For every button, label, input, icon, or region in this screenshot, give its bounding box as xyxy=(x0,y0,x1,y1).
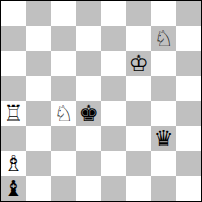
square-b7[interactable] xyxy=(26,26,51,51)
square-c6[interactable] xyxy=(51,51,76,76)
square-d8[interactable] xyxy=(76,1,101,26)
square-g5[interactable] xyxy=(151,76,176,101)
black-king-d4[interactable]: ♚ xyxy=(79,101,99,126)
square-e1[interactable] xyxy=(101,176,126,201)
white-knight-g7[interactable]: ♘ xyxy=(154,26,174,51)
square-d5[interactable] xyxy=(76,76,101,101)
square-d3[interactable] xyxy=(76,126,101,151)
square-a4[interactable]: ♖ xyxy=(1,101,26,126)
square-a5[interactable] xyxy=(1,76,26,101)
square-b2[interactable] xyxy=(26,151,51,176)
square-a7[interactable] xyxy=(1,26,26,51)
white-king-f6[interactable]: ♔ xyxy=(129,51,149,76)
square-e5[interactable] xyxy=(101,76,126,101)
square-c3[interactable] xyxy=(51,126,76,151)
square-a1[interactable]: ♝ xyxy=(1,176,26,201)
square-e6[interactable] xyxy=(101,51,126,76)
square-g7[interactable]: ♘ xyxy=(151,26,176,51)
white-bishop-a2[interactable]: ♗ xyxy=(4,151,24,176)
square-f3[interactable] xyxy=(126,126,151,151)
square-b8[interactable] xyxy=(26,1,51,26)
square-h4[interactable] xyxy=(176,101,201,126)
white-rook-a4[interactable]: ♖ xyxy=(4,101,24,126)
square-b5[interactable] xyxy=(26,76,51,101)
black-queen-g3[interactable]: ♛ xyxy=(154,126,174,151)
square-h1[interactable] xyxy=(176,176,201,201)
square-c2[interactable] xyxy=(51,151,76,176)
square-h5[interactable] xyxy=(176,76,201,101)
black-bishop-a1[interactable]: ♝ xyxy=(4,176,24,201)
square-g3[interactable]: ♛ xyxy=(151,126,176,151)
square-b1[interactable] xyxy=(26,176,51,201)
square-g8[interactable] xyxy=(151,1,176,26)
square-f1[interactable] xyxy=(126,176,151,201)
square-g4[interactable] xyxy=(151,101,176,126)
square-e4[interactable] xyxy=(101,101,126,126)
square-a2[interactable]: ♗ xyxy=(1,151,26,176)
square-d1[interactable] xyxy=(76,176,101,201)
square-e8[interactable] xyxy=(101,1,126,26)
square-g2[interactable] xyxy=(151,151,176,176)
square-c4[interactable]: ♘ xyxy=(51,101,76,126)
square-d4[interactable]: ♚ xyxy=(76,101,101,126)
square-h8[interactable] xyxy=(176,1,201,26)
square-f8[interactable] xyxy=(126,1,151,26)
square-b4[interactable] xyxy=(26,101,51,126)
square-a8[interactable] xyxy=(1,1,26,26)
white-knight-c4[interactable]: ♘ xyxy=(54,101,74,126)
square-e7[interactable] xyxy=(101,26,126,51)
square-c7[interactable] xyxy=(51,26,76,51)
square-e3[interactable] xyxy=(101,126,126,151)
square-c5[interactable] xyxy=(51,76,76,101)
square-f2[interactable] xyxy=(126,151,151,176)
square-d6[interactable] xyxy=(76,51,101,76)
square-c1[interactable] xyxy=(51,176,76,201)
square-d2[interactable] xyxy=(76,151,101,176)
square-e2[interactable] xyxy=(101,151,126,176)
square-b3[interactable] xyxy=(26,126,51,151)
square-f4[interactable] xyxy=(126,101,151,126)
chess-board: ♘♔♖♘♚♛♗♝ xyxy=(0,0,202,202)
square-f7[interactable] xyxy=(126,26,151,51)
chess-diagram: ♘♔♖♘♚♛♗♝ xyxy=(0,0,202,202)
square-h2[interactable] xyxy=(176,151,201,176)
square-h6[interactable] xyxy=(176,51,201,76)
square-f6[interactable]: ♔ xyxy=(126,51,151,76)
square-a6[interactable] xyxy=(1,51,26,76)
square-h3[interactable] xyxy=(176,126,201,151)
square-h7[interactable] xyxy=(176,26,201,51)
square-g6[interactable] xyxy=(151,51,176,76)
square-b6[interactable] xyxy=(26,51,51,76)
square-g1[interactable] xyxy=(151,176,176,201)
square-f5[interactable] xyxy=(126,76,151,101)
square-c8[interactable] xyxy=(51,1,76,26)
square-d7[interactable] xyxy=(76,26,101,51)
square-a3[interactable] xyxy=(1,126,26,151)
